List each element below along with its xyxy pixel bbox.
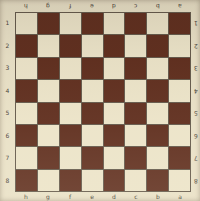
square-f7[interactable] [60,147,81,168]
square-h1[interactable] [16,13,37,34]
square-h5[interactable] [16,103,37,124]
file-label-c: c [125,0,147,12]
file-label-a: a [169,192,191,201]
square-a8[interactable] [169,170,190,191]
file-label-a: a [169,0,191,12]
square-f6[interactable] [60,125,81,146]
square-g7[interactable] [38,147,59,168]
rank-label-2: 2 [0,35,15,58]
square-h4[interactable] [16,80,37,101]
square-h7[interactable] [16,147,37,168]
square-g4[interactable] [38,80,59,101]
square-e3[interactable] [82,58,103,79]
file-label-f: f [59,192,81,201]
square-c4[interactable] [125,80,146,101]
rank-label-6: 6 [0,125,15,148]
rank-label-4: 4 [191,80,200,103]
rank-label-5: 5 [191,102,200,125]
file-label-b: b [147,192,169,201]
square-c3[interactable] [125,58,146,79]
file-label-c: c [125,192,147,201]
square-a7[interactable] [169,147,190,168]
rank-label-7: 7 [0,147,15,170]
square-b1[interactable] [147,13,168,34]
square-a1[interactable] [169,13,190,34]
square-g5[interactable] [38,103,59,124]
square-d8[interactable] [104,170,125,191]
square-c1[interactable] [125,13,146,34]
file-label-h: h [15,0,37,12]
file-label-d: d [103,0,125,12]
square-h6[interactable] [16,125,37,146]
file-label-g: g [37,192,59,201]
rank-label-1: 1 [0,12,15,35]
square-c2[interactable] [125,35,146,56]
square-d5[interactable] [104,103,125,124]
file-label-b: b [147,0,169,12]
square-f4[interactable] [60,80,81,101]
square-d2[interactable] [104,35,125,56]
square-f1[interactable] [60,13,81,34]
square-b4[interactable] [147,80,168,101]
square-b3[interactable] [147,58,168,79]
square-f2[interactable] [60,35,81,56]
square-b7[interactable] [147,147,168,168]
rank-labels-right: 12345678 [191,12,200,192]
file-label-f: f [59,0,81,12]
square-a4[interactable] [169,80,190,101]
square-a3[interactable] [169,58,190,79]
square-e7[interactable] [82,147,103,168]
square-f8[interactable] [60,170,81,191]
square-b8[interactable] [147,170,168,191]
square-g2[interactable] [38,35,59,56]
square-a5[interactable] [169,103,190,124]
square-e4[interactable] [82,80,103,101]
square-c8[interactable] [125,170,146,191]
square-d7[interactable] [104,147,125,168]
square-b2[interactable] [147,35,168,56]
square-f5[interactable] [60,103,81,124]
rank-label-7: 7 [191,147,200,170]
rank-label-8: 8 [0,170,15,193]
square-h2[interactable] [16,35,37,56]
square-e8[interactable] [82,170,103,191]
square-g8[interactable] [38,170,59,191]
file-labels-top: hgfedcba [15,0,191,12]
square-b5[interactable] [147,103,168,124]
square-b6[interactable] [147,125,168,146]
square-e1[interactable] [82,13,103,34]
file-label-h: h [15,192,37,201]
rank-label-4: 4 [0,80,15,103]
square-h8[interactable] [16,170,37,191]
square-g6[interactable] [38,125,59,146]
square-g3[interactable] [38,58,59,79]
rank-label-5: 5 [0,102,15,125]
square-f3[interactable] [60,58,81,79]
rank-label-1: 1 [191,12,200,35]
square-d6[interactable] [104,125,125,146]
square-c6[interactable] [125,125,146,146]
square-a2[interactable] [169,35,190,56]
chessboard-photo: hgfedcba hgfedcba 12345678 12345678 [0,0,200,201]
rank-label-8: 8 [191,170,200,193]
square-h3[interactable] [16,58,37,79]
square-d3[interactable] [104,58,125,79]
rank-label-2: 2 [191,35,200,58]
square-d1[interactable] [104,13,125,34]
board-grid [15,12,191,192]
square-c5[interactable] [125,103,146,124]
rank-label-3: 3 [191,57,200,80]
square-g1[interactable] [38,13,59,34]
rank-labels-left: 12345678 [0,12,15,192]
file-label-e: e [81,0,103,12]
square-d4[interactable] [104,80,125,101]
file-label-g: g [37,0,59,12]
square-e5[interactable] [82,103,103,124]
rank-label-3: 3 [0,57,15,80]
file-label-d: d [103,192,125,201]
square-c7[interactable] [125,147,146,168]
square-e2[interactable] [82,35,103,56]
square-a6[interactable] [169,125,190,146]
file-labels-bottom: hgfedcba [15,192,191,201]
file-label-e: e [81,192,103,201]
rank-label-6: 6 [191,125,200,148]
square-e6[interactable] [82,125,103,146]
